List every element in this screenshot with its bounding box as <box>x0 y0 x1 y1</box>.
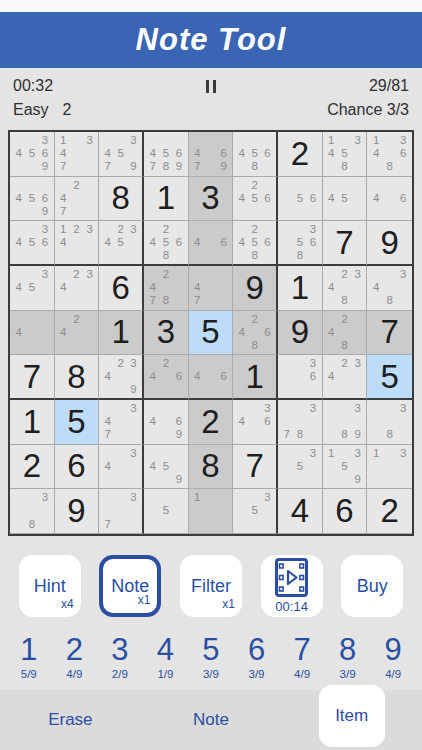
cell-r1c8[interactable]: 13458 <box>323 132 368 177</box>
cell-r1c1[interactable]: 34569 <box>10 132 55 177</box>
digit-label: 7 <box>293 634 310 667</box>
digit-label: 2 <box>66 634 83 667</box>
cell-notes: 45 <box>323 177 367 221</box>
cell-r4c1[interactable]: 345 <box>10 266 55 311</box>
cell-r7c1[interactable]: 1 <box>10 400 55 445</box>
cell-r7c5[interactable]: 2 <box>189 400 234 445</box>
cell-r5c6[interactable]: 2468 <box>233 311 278 356</box>
mode-label: Erase <box>48 710 92 730</box>
cell-r6c6[interactable]: 1 <box>233 355 278 400</box>
digit-remaining-count: 1/9 <box>157 668 173 680</box>
cell-notes: 2468 <box>233 311 276 355</box>
erase-mode-button[interactable]: Erase <box>0 710 141 730</box>
cell-r2c6[interactable]: 2456 <box>233 177 278 222</box>
cell-r4c8[interactable]: 2348 <box>323 266 368 311</box>
cell-r6c5[interactable]: 46 <box>189 355 234 400</box>
cell-notes: 2345 <box>99 221 142 264</box>
cell-notes: 24568 <box>144 221 188 264</box>
cell-notes: 47 <box>189 266 233 310</box>
cell-r9c6[interactable]: 35 <box>233 489 278 534</box>
mode-label: Item <box>335 706 368 726</box>
digit-label: 6 <box>248 634 265 667</box>
cell-notes: 459 <box>144 445 188 489</box>
cell-notes: 24 <box>55 311 99 355</box>
pause-container <box>0 76 422 97</box>
digit-remaining-count: 4/9 <box>294 668 310 680</box>
pause-icon[interactable] <box>202 76 220 97</box>
cell-notes: 1234 <box>55 221 99 264</box>
cell-r9c3[interactable]: 37 <box>99 489 144 534</box>
cell-r1c5[interactable]: 4679 <box>189 132 234 177</box>
tool-label: Hint <box>34 576 66 597</box>
cell-notes: 1347 <box>55 132 99 176</box>
cell-r5c3[interactable]: 1 <box>99 311 144 356</box>
cell-r4c6[interactable]: 9 <box>233 266 278 311</box>
digit-label: 5 <box>202 634 219 667</box>
cell-notes: 234 <box>55 266 99 310</box>
level-number: 2 <box>63 101 72 119</box>
tool-count-badge: x1 <box>222 597 235 611</box>
cell-r1c9[interactable]: 13468 <box>367 132 412 177</box>
cell-r2c1[interactable]: 4569 <box>10 177 55 222</box>
cell-notes: 1359 <box>323 445 367 489</box>
cell-r3c8[interactable]: 7 <box>323 221 368 266</box>
cell-notes: 348 <box>367 266 412 310</box>
digit-button-5[interactable]: 53/9 <box>191 634 231 680</box>
cell-r3c1[interactable]: 3456 <box>10 221 55 266</box>
cell-r3c7[interactable]: 3568 <box>278 221 323 266</box>
tool-label: Filter <box>191 576 231 597</box>
cell-notes: 13458 <box>323 132 367 176</box>
cell-r2c4[interactable]: 1 <box>144 177 189 222</box>
cell-r9c8[interactable]: 6 <box>323 489 368 534</box>
cell-r8c3[interactable]: 34 <box>99 445 144 490</box>
cell-notes: 4568 <box>233 132 276 176</box>
cell-r6c2[interactable]: 8 <box>55 355 100 400</box>
cell-notes: 4569 <box>10 177 54 221</box>
bottom-bar: EraseNoteItem <box>0 690 422 750</box>
digit-button-6[interactable]: 63/9 <box>237 634 277 680</box>
cell-r4c9[interactable]: 348 <box>367 266 412 311</box>
digit-remaining-count: 3/9 <box>340 668 356 680</box>
status-bar <box>0 0 422 12</box>
cell-r1c6[interactable]: 4568 <box>233 132 278 177</box>
cell-r6c1[interactable]: 7 <box>10 355 55 400</box>
cell-r4c4[interactable]: 2478 <box>144 266 189 311</box>
cell-r2c5[interactable]: 3 <box>189 177 234 222</box>
note-mode-button[interactable]: Note <box>141 710 282 730</box>
cell-r4c3[interactable]: 6 <box>99 266 144 311</box>
filter-button[interactable]: Filterx1 <box>180 555 242 617</box>
digit-label: 9 <box>385 634 402 667</box>
cell-notes: 3568 <box>278 221 322 264</box>
cell-notes: 38 <box>10 489 54 533</box>
cell-r6c8[interactable]: 234 <box>323 355 368 400</box>
cell-r1c7[interactable]: 2 <box>278 132 323 177</box>
cell-r6c4[interactable]: 246 <box>144 355 189 400</box>
cell-r8c2[interactable]: 6 <box>55 445 100 490</box>
cell-r2c2[interactable]: 247 <box>55 177 100 222</box>
cell-notes: 248 <box>323 311 367 355</box>
cell-r9c4[interactable]: 5 <box>144 489 189 534</box>
digit-button-9[interactable]: 94/9 <box>373 634 413 680</box>
cell-r2c8[interactable]: 45 <box>323 177 368 222</box>
cell-r1c2[interactable]: 1347 <box>55 132 100 177</box>
cell-r5c1[interactable]: 4 <box>10 311 55 356</box>
cell-r5c8[interactable]: 248 <box>323 311 368 356</box>
digit-label: 3 <box>111 634 128 667</box>
cell-notes: 389 <box>323 400 367 444</box>
difficulty-label: Easy <box>13 101 49 119</box>
tool-button-row: Hintx4Notex1Filterx100:14Buy <box>0 555 422 617</box>
cell-notes: 37 <box>99 489 142 533</box>
cell-r8c4[interactable]: 459 <box>144 445 189 490</box>
chance-label: Chance 3/3 <box>327 101 409 119</box>
cell-r4c2[interactable]: 234 <box>55 266 100 311</box>
tool-count-badge: x4 <box>61 597 74 611</box>
digit-button-2[interactable]: 24/9 <box>54 634 94 680</box>
mode-label: Note <box>193 710 229 730</box>
cell-r5c9[interactable]: 7 <box>367 311 412 356</box>
cell-r7c3[interactable]: 347 <box>99 400 144 445</box>
buy-button[interactable]: Buy <box>341 555 403 617</box>
digit-remaining-count: 5/9 <box>21 668 37 680</box>
digit-label: 4 <box>157 634 174 667</box>
digit-remaining-count: 3/9 <box>203 668 219 680</box>
number-pad: 15/924/932/941/953/963/974/983/994/9 <box>0 634 422 680</box>
cell-notes: 345 <box>10 266 54 310</box>
cell-notes: 246 <box>144 355 188 398</box>
digit-remaining-count: 4/9 <box>66 668 82 680</box>
cell-r8c5[interactable]: 8 <box>189 445 234 490</box>
page-title: Note Tool <box>136 22 287 58</box>
cell-r9c5[interactable]: 1 <box>189 489 234 534</box>
cell-r3c6[interactable]: 24568 <box>233 221 278 266</box>
cell-notes: 46 <box>367 177 412 221</box>
cell-r9c9[interactable]: 2 <box>367 489 412 534</box>
cell-r7c4[interactable]: 469 <box>144 400 189 445</box>
tool-label: Buy <box>357 576 388 597</box>
cell-r8c1[interactable]: 2 <box>10 445 55 490</box>
cell-notes: 4679 <box>189 132 233 176</box>
cell-r9c2[interactable]: 9 <box>55 489 100 534</box>
cell-notes: 346 <box>233 400 276 444</box>
cell-r9c7[interactable]: 4 <box>278 489 323 534</box>
digit-button-4[interactable]: 41/9 <box>145 634 185 680</box>
cell-notes: 34579 <box>99 132 142 176</box>
hint-button[interactable]: Hintx4 <box>19 555 81 617</box>
cell-notes: 2349 <box>99 355 142 398</box>
cell-notes: 5 <box>144 489 188 533</box>
cell-notes: 456789 <box>144 132 188 176</box>
cell-r3c3[interactable]: 2345 <box>99 221 144 266</box>
cell-r7c9[interactable]: 38 <box>367 400 412 445</box>
cell-notes: 378 <box>278 400 322 444</box>
cell-r6c9[interactable]: 5 <box>367 355 412 400</box>
digit-button-7[interactable]: 74/9 <box>282 634 322 680</box>
cell-notes: 347 <box>99 400 142 444</box>
cell-notes: 46 <box>189 355 233 398</box>
cell-notes: 35 <box>278 445 322 489</box>
cell-notes: 13468 <box>367 132 412 176</box>
digit-label: 8 <box>339 634 356 667</box>
cell-notes: 46 <box>189 221 233 264</box>
cell-r3c2[interactable]: 1234 <box>55 221 100 266</box>
digit-button-3[interactable]: 32/9 <box>100 634 140 680</box>
video-film-icon <box>275 558 308 597</box>
cell-notes: 2478 <box>144 266 188 310</box>
cell-notes: 4 <box>10 311 54 355</box>
cell-r8c6[interactable]: 7 <box>233 445 278 490</box>
cell-r5c7[interactable]: 9 <box>278 311 323 356</box>
cell-notes: 56 <box>278 177 322 221</box>
cell-notes: 13 <box>367 445 412 489</box>
digit-remaining-count: 2/9 <box>112 668 128 680</box>
cell-r8c9[interactable]: 13 <box>367 445 412 490</box>
cell-r6c3[interactable]: 2349 <box>99 355 144 400</box>
header-banner: Note Tool <box>0 12 422 68</box>
cell-r4c7[interactable]: 1 <box>278 266 323 311</box>
info-panel: 00:32 29/81 Easy 2 Chance 3/3 <box>0 68 422 126</box>
cell-r5c5[interactable]: 5 <box>189 311 234 356</box>
tool-count-badge: x1 <box>138 593 151 607</box>
cell-r1c4[interactable]: 456789 <box>144 132 189 177</box>
cell-r5c4[interactable]: 3 <box>144 311 189 356</box>
cell-notes: 2456 <box>233 177 276 221</box>
cell-notes: 34 <box>99 445 142 489</box>
selected-mode-pill: Item <box>319 685 385 747</box>
cell-r1c3[interactable]: 34579 <box>99 132 144 177</box>
cell-r7c2[interactable]: 5 <box>55 400 100 445</box>
digit-button-8[interactable]: 83/9 <box>328 634 368 680</box>
cell-r9c1[interactable]: 38 <box>10 489 55 534</box>
cell-notes: 38 <box>367 400 412 444</box>
cell-r8c8[interactable]: 1359 <box>323 445 368 490</box>
cell-r2c3[interactable]: 8 <box>99 177 144 222</box>
digit-button-1[interactable]: 15/9 <box>9 634 49 680</box>
cell-notes: 35 <box>233 489 276 533</box>
note-button[interactable]: Notex1 <box>99 555 161 617</box>
cell-notes: 247 <box>55 177 99 221</box>
info-row-top: 00:32 29/81 <box>13 74 409 98</box>
cell-r4c5[interactable]: 47 <box>189 266 234 311</box>
cell-r7c8[interactable]: 389 <box>323 400 368 445</box>
ad-countdown: 00:14 <box>275 599 308 614</box>
item-mode-button[interactable]: Item <box>281 693 422 747</box>
cell-r3c4[interactable]: 24568 <box>144 221 189 266</box>
cell-notes: 34569 <box>10 132 54 176</box>
cell-notes: 36 <box>278 355 322 398</box>
digit-remaining-count: 3/9 <box>249 668 265 680</box>
cell-r6c7[interactable]: 36 <box>278 355 323 400</box>
digit-label: 1 <box>20 634 37 667</box>
digit-remaining-count: 4/9 <box>385 668 401 680</box>
cell-r8c7[interactable]: 35 <box>278 445 323 490</box>
watch-ad-button[interactable]: 00:14 <box>261 555 323 617</box>
cell-r3c9[interactable]: 9 <box>367 221 412 266</box>
cell-r7c7[interactable]: 378 <box>278 400 323 445</box>
cell-notes: 1 <box>189 489 233 533</box>
cell-r3c5[interactable]: 46 <box>189 221 234 266</box>
cell-r5c2[interactable]: 24 <box>55 311 100 356</box>
cell-notes: 469 <box>144 400 188 444</box>
cell-r2c9[interactable]: 46 <box>367 177 412 222</box>
cell-notes: 2348 <box>323 266 367 310</box>
cell-r7c6[interactable]: 346 <box>233 400 278 445</box>
info-row-bottom: Easy 2 Chance 3/3 <box>13 98 409 122</box>
cell-r2c7[interactable]: 56 <box>278 177 323 222</box>
cell-notes: 24568 <box>233 221 276 264</box>
sudoku-board: 3456913473457945678946794568213458134684… <box>8 130 414 536</box>
cell-notes: 234 <box>323 355 367 398</box>
cell-notes: 3456 <box>10 221 54 264</box>
